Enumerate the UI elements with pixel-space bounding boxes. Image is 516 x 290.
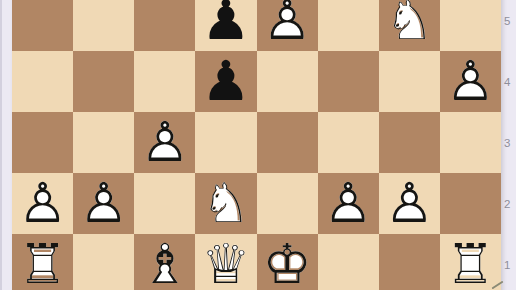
black-pawn-d4[interactable]: ♟ (195, 51, 256, 112)
square-g3[interactable] (379, 112, 440, 173)
white-rook-a1[interactable]: ♜♖ (12, 234, 73, 290)
white-piece-outline: ♙ (73, 173, 134, 234)
white-piece-outline: ♙ (134, 112, 195, 173)
square-a5[interactable] (12, 0, 73, 51)
white-pawn-e5[interactable]: ♟♙ (257, 0, 318, 51)
square-h2[interactable] (440, 173, 501, 234)
square-e5[interactable]: ♟♙ (257, 0, 318, 51)
square-d5[interactable]: ♟ (195, 0, 256, 51)
white-pawn-a2[interactable]: ♟♙ (12, 173, 73, 234)
chess-board-screenshot: ♟♟♙♞♘♟♟♙♟♙♟♙♟♙♞♘♟♙♟♙♜♖♝♗♛♕♚♔♜♖ 54321 (0, 0, 516, 290)
square-c3[interactable]: ♟♙ (134, 112, 195, 173)
square-b2[interactable]: ♟♙ (73, 173, 134, 234)
square-g5[interactable]: ♞♘ (379, 0, 440, 51)
square-e1[interactable]: ♚♔ (257, 234, 318, 290)
black-piece-body: ♟ (195, 0, 256, 51)
square-d3[interactable] (195, 112, 256, 173)
square-d4[interactable]: ♟ (195, 51, 256, 112)
rank-label-2: 2 (504, 197, 516, 211)
chess-board: ♟♟♙♞♘♟♟♙♟♙♟♙♟♙♞♘♟♙♟♙♜♖♝♗♛♕♚♔♜♖ (12, 0, 501, 290)
rank-label-1: 1 (504, 258, 516, 272)
square-e2[interactable] (257, 173, 318, 234)
white-piece-outline: ♙ (379, 173, 440, 234)
white-pawn-g2[interactable]: ♟♙ (379, 173, 440, 234)
rank-label-4: 4 (504, 75, 516, 89)
square-e3[interactable] (257, 112, 318, 173)
square-a3[interactable] (12, 112, 73, 173)
rank-label-3: 3 (504, 136, 516, 150)
square-g1[interactable] (379, 234, 440, 290)
square-d1[interactable]: ♛♕ (195, 234, 256, 290)
square-h4[interactable]: ♟♙ (440, 51, 501, 112)
square-d2[interactable]: ♞♘ (195, 173, 256, 234)
black-piece-body: ♟ (195, 51, 256, 112)
square-c5[interactable] (134, 0, 195, 51)
white-bishop-c1[interactable]: ♝♗ (134, 234, 195, 290)
white-piece-outline: ♘ (379, 0, 440, 51)
white-piece-outline: ♙ (318, 173, 379, 234)
square-a2[interactable]: ♟♙ (12, 173, 73, 234)
white-queen-d1[interactable]: ♛♕ (195, 234, 256, 290)
square-c2[interactable] (134, 173, 195, 234)
square-h3[interactable] (440, 112, 501, 173)
white-piece-outline: ♙ (257, 0, 318, 51)
square-b5[interactable] (73, 0, 134, 51)
window-left-edge (0, 0, 2, 290)
white-pawn-f2[interactable]: ♟♙ (318, 173, 379, 234)
square-a1[interactable]: ♜♖ (12, 234, 73, 290)
square-f3[interactable] (318, 112, 379, 173)
white-piece-outline: ♙ (440, 51, 501, 112)
white-piece-outline: ♙ (12, 173, 73, 234)
square-a4[interactable] (12, 51, 73, 112)
square-f4[interactable] (318, 51, 379, 112)
square-f2[interactable]: ♟♙ (318, 173, 379, 234)
white-rook-h1[interactable]: ♜♖ (440, 234, 501, 290)
black-pawn-d5[interactable]: ♟ (195, 0, 256, 51)
square-g4[interactable] (379, 51, 440, 112)
white-pawn-c3[interactable]: ♟♙ (134, 112, 195, 173)
white-piece-outline: ♕ (195, 234, 256, 290)
white-knight-d2[interactable]: ♞♘ (195, 173, 256, 234)
square-f5[interactable] (318, 0, 379, 51)
white-piece-outline: ♘ (195, 173, 256, 234)
white-pawn-h4[interactable]: ♟♙ (440, 51, 501, 112)
white-pawn-b2[interactable]: ♟♙ (73, 173, 134, 234)
square-c1[interactable]: ♝♗ (134, 234, 195, 290)
square-h1[interactable]: ♜♖ (440, 234, 501, 290)
square-c4[interactable] (134, 51, 195, 112)
white-piece-outline: ♖ (440, 234, 501, 290)
white-king-e1[interactable]: ♚♔ (257, 234, 318, 290)
white-piece-outline: ♖ (12, 234, 73, 290)
square-b1[interactable] (73, 234, 134, 290)
white-knight-g5[interactable]: ♞♘ (379, 0, 440, 51)
rank-label-5: 5 (504, 14, 516, 28)
square-b3[interactable] (73, 112, 134, 173)
square-g2[interactable]: ♟♙ (379, 173, 440, 234)
square-f1[interactable] (318, 234, 379, 290)
white-piece-outline: ♗ (134, 234, 195, 290)
square-e4[interactable] (257, 51, 318, 112)
square-b4[interactable] (73, 51, 134, 112)
white-piece-outline: ♔ (257, 234, 318, 290)
square-h5[interactable] (440, 0, 501, 51)
